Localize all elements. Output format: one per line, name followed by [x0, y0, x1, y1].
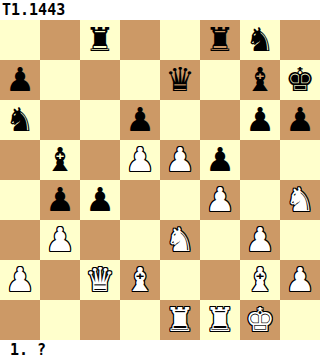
square-e3[interactable]: ♞ [160, 220, 200, 260]
piece-black-knight[interactable]: ♞ [245, 20, 275, 60]
square-c1[interactable] [80, 300, 120, 340]
square-b6[interactable] [40, 100, 80, 140]
piece-white-rook[interactable]: ♜ [165, 300, 195, 340]
square-f1[interactable]: ♜ [200, 300, 240, 340]
square-b2[interactable] [40, 260, 80, 300]
piece-white-pawn[interactable]: ♟ [245, 220, 275, 260]
piece-black-queen[interactable]: ♛ [165, 60, 195, 100]
square-d5[interactable]: ♟ [120, 140, 160, 180]
square-h6[interactable]: ♟ [280, 100, 320, 140]
piece-white-pawn[interactable]: ♟ [125, 140, 155, 180]
piece-black-pawn[interactable]: ♟ [5, 60, 35, 100]
piece-black-bishop[interactable]: ♝ [45, 140, 75, 180]
square-g8[interactable]: ♞ [240, 20, 280, 60]
piece-black-rook[interactable]: ♜ [205, 20, 235, 60]
piece-white-king[interactable]: ♚ [245, 300, 275, 340]
piece-white-pawn[interactable]: ♟ [285, 260, 315, 300]
piece-white-pawn[interactable]: ♟ [5, 260, 35, 300]
piece-black-bishop[interactable]: ♝ [245, 60, 275, 100]
square-g3[interactable]: ♟ [240, 220, 280, 260]
square-d7[interactable] [120, 60, 160, 100]
square-e5[interactable]: ♟ [160, 140, 200, 180]
square-f3[interactable] [200, 220, 240, 260]
square-c7[interactable] [80, 60, 120, 100]
square-a1[interactable] [0, 300, 40, 340]
square-e6[interactable] [160, 100, 200, 140]
piece-black-knight[interactable]: ♞ [5, 100, 35, 140]
square-e4[interactable] [160, 180, 200, 220]
square-e1[interactable]: ♜ [160, 300, 200, 340]
square-c3[interactable] [80, 220, 120, 260]
square-d6[interactable]: ♟ [120, 100, 160, 140]
square-a8[interactable] [0, 20, 40, 60]
square-d1[interactable] [120, 300, 160, 340]
square-h3[interactable] [280, 220, 320, 260]
puzzle-title: T1.1443 [2, 0, 65, 20]
square-b3[interactable]: ♟ [40, 220, 80, 260]
square-f2[interactable] [200, 260, 240, 300]
square-g6[interactable]: ♟ [240, 100, 280, 140]
square-d8[interactable] [120, 20, 160, 60]
square-h5[interactable] [280, 140, 320, 180]
square-b8[interactable] [40, 20, 80, 60]
square-b1[interactable] [40, 300, 80, 340]
square-e2[interactable] [160, 260, 200, 300]
square-h4[interactable]: ♞ [280, 180, 320, 220]
square-f4[interactable]: ♟ [200, 180, 240, 220]
move-prompt: 1. ? [10, 340, 46, 360]
square-f6[interactable] [200, 100, 240, 140]
square-a2[interactable]: ♟ [0, 260, 40, 300]
square-c4[interactable]: ♟ [80, 180, 120, 220]
square-b5[interactable]: ♝ [40, 140, 80, 180]
square-c5[interactable] [80, 140, 120, 180]
square-h1[interactable] [280, 300, 320, 340]
piece-black-pawn[interactable]: ♟ [285, 100, 315, 140]
square-a4[interactable] [0, 180, 40, 220]
square-c2[interactable]: ♛ [80, 260, 120, 300]
square-d2[interactable]: ♝ [120, 260, 160, 300]
square-h8[interactable] [280, 20, 320, 60]
square-c6[interactable] [80, 100, 120, 140]
square-d3[interactable] [120, 220, 160, 260]
piece-white-queen[interactable]: ♛ [85, 260, 115, 300]
piece-black-pawn[interactable]: ♟ [245, 100, 275, 140]
square-a3[interactable] [0, 220, 40, 260]
piece-black-pawn[interactable]: ♟ [125, 100, 155, 140]
piece-white-rook[interactable]: ♜ [205, 300, 235, 340]
square-h7[interactable]: ♚ [280, 60, 320, 100]
piece-white-knight[interactable]: ♞ [285, 180, 315, 220]
square-g7[interactable]: ♝ [240, 60, 280, 100]
square-b7[interactable] [40, 60, 80, 100]
piece-black-king[interactable]: ♚ [285, 60, 315, 100]
square-e8[interactable] [160, 20, 200, 60]
square-a5[interactable] [0, 140, 40, 180]
square-f7[interactable] [200, 60, 240, 100]
square-b4[interactable]: ♟ [40, 180, 80, 220]
chess-board: ♜♜♞♟♛♝♚♞♟♟♟♝♟♟♟♟♟♟♞♟♞♟♟♛♝♝♟♜♜♚ [0, 20, 320, 340]
square-c8[interactable]: ♜ [80, 20, 120, 60]
square-g5[interactable] [240, 140, 280, 180]
piece-white-pawn[interactable]: ♟ [45, 220, 75, 260]
piece-white-knight[interactable]: ♞ [165, 220, 195, 260]
piece-black-pawn[interactable]: ♟ [45, 180, 75, 220]
square-g2[interactable]: ♝ [240, 260, 280, 300]
square-a6[interactable]: ♞ [0, 100, 40, 140]
square-e7[interactable]: ♛ [160, 60, 200, 100]
square-a7[interactable]: ♟ [0, 60, 40, 100]
square-h2[interactable]: ♟ [280, 260, 320, 300]
piece-white-bishop[interactable]: ♝ [245, 260, 275, 300]
piece-black-pawn[interactable]: ♟ [85, 180, 115, 220]
piece-white-pawn[interactable]: ♟ [205, 180, 235, 220]
piece-white-bishop[interactable]: ♝ [125, 260, 155, 300]
square-g4[interactable] [240, 180, 280, 220]
piece-black-rook[interactable]: ♜ [85, 20, 115, 60]
square-f5[interactable]: ♟ [200, 140, 240, 180]
square-f8[interactable]: ♜ [200, 20, 240, 60]
square-d4[interactable] [120, 180, 160, 220]
piece-black-pawn[interactable]: ♟ [205, 140, 235, 180]
piece-white-pawn[interactable]: ♟ [165, 140, 195, 180]
square-g1[interactable]: ♚ [240, 300, 280, 340]
